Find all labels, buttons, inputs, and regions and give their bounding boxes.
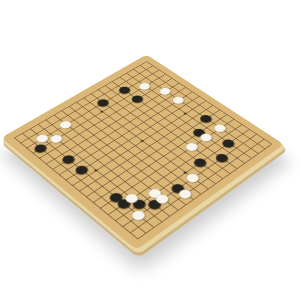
product-photo: ●●●●●●●●●●●●●●●●●●●●●●●●●●●●●●●	[0, 0, 300, 300]
go-board: ●●●●●●●●●●●●●●●●●●●●●●●●●●●●●●●	[1, 55, 284, 250]
grid-line-vertical	[133, 69, 259, 154]
